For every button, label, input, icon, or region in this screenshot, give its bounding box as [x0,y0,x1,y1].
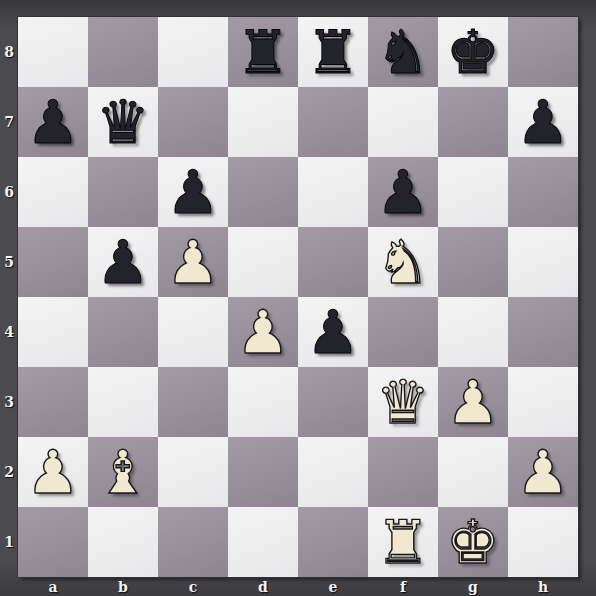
file-label-f: f [368,577,438,596]
square-f2[interactable] [368,437,438,507]
square-b3[interactable] [88,367,158,437]
square-a5[interactable] [18,227,88,297]
black-pawn[interactable]: ♟ [18,87,88,157]
square-d1[interactable] [228,507,298,577]
square-c1[interactable] [158,507,228,577]
square-e7[interactable] [298,87,368,157]
square-e6[interactable] [298,157,368,227]
rank-label-8: 8 [0,17,18,87]
square-h4[interactable] [508,297,578,367]
square-e3[interactable] [298,367,368,437]
square-a6[interactable] [18,157,88,227]
square-h1[interactable] [508,507,578,577]
square-g8[interactable]: ♚ [438,17,508,87]
black-king[interactable]: ♚ [438,17,508,87]
square-d7[interactable] [228,87,298,157]
file-label-b: b [88,577,158,596]
white-rook[interactable]: ♜ [368,507,438,577]
square-g6[interactable] [438,157,508,227]
square-d2[interactable] [228,437,298,507]
chess-board: ♜♜♞♚♟♛♟♟♟♟♟♞♟♟♛♟♟♝♟♜♚ [18,17,578,577]
square-b7[interactable]: ♛ [88,87,158,157]
white-queen[interactable]: ♛ [368,367,438,437]
black-knight[interactable]: ♞ [368,17,438,87]
square-a1[interactable] [18,507,88,577]
white-pawn[interactable]: ♟ [158,227,228,297]
black-rook[interactable]: ♜ [298,17,368,87]
square-b6[interactable] [88,157,158,227]
board-frame: ♜♜♞♚♟♛♟♟♟♟♟♞♟♟♛♟♟♝♟♜♚ 87654321 abcdefgh [0,0,596,596]
rank-label-4: 4 [0,297,18,367]
black-pawn[interactable]: ♟ [508,87,578,157]
square-b4[interactable] [88,297,158,367]
square-h2[interactable]: ♟ [508,437,578,507]
white-pawn[interactable]: ♟ [438,367,508,437]
square-d8[interactable]: ♜ [228,17,298,87]
square-c4[interactable] [158,297,228,367]
square-c3[interactable] [158,367,228,437]
rank-label-3: 3 [0,367,18,437]
square-g5[interactable] [438,227,508,297]
file-label-g: g [438,577,508,596]
rank-label-2: 2 [0,437,18,507]
rank-label-1: 1 [0,507,18,577]
rank-label-7: 7 [0,87,18,157]
square-c6[interactable]: ♟ [158,157,228,227]
square-a8[interactable] [18,17,88,87]
square-h8[interactable] [508,17,578,87]
square-d4[interactable]: ♟ [228,297,298,367]
square-d5[interactable] [228,227,298,297]
square-h5[interactable] [508,227,578,297]
square-h7[interactable]: ♟ [508,87,578,157]
rank-label-5: 5 [0,227,18,297]
square-e2[interactable] [298,437,368,507]
rank-label-6: 6 [0,157,18,227]
white-pawn[interactable]: ♟ [18,437,88,507]
square-g2[interactable] [438,437,508,507]
square-c8[interactable] [158,17,228,87]
square-f8[interactable]: ♞ [368,17,438,87]
square-a3[interactable] [18,367,88,437]
square-c7[interactable] [158,87,228,157]
square-b5[interactable]: ♟ [88,227,158,297]
square-h6[interactable] [508,157,578,227]
white-pawn[interactable]: ♟ [228,297,298,367]
square-f7[interactable] [368,87,438,157]
square-g3[interactable]: ♟ [438,367,508,437]
square-f1[interactable]: ♜ [368,507,438,577]
file-label-d: d [228,577,298,596]
square-f5[interactable]: ♞ [368,227,438,297]
square-d3[interactable] [228,367,298,437]
square-g4[interactable] [438,297,508,367]
square-g1[interactable]: ♚ [438,507,508,577]
square-d6[interactable] [228,157,298,227]
square-b8[interactable] [88,17,158,87]
square-e5[interactable] [298,227,368,297]
white-knight[interactable]: ♞ [368,227,438,297]
square-e8[interactable]: ♜ [298,17,368,87]
white-pawn[interactable]: ♟ [508,437,578,507]
black-rook[interactable]: ♜ [228,17,298,87]
square-h3[interactable] [508,367,578,437]
white-king[interactable]: ♚ [438,507,508,577]
black-pawn[interactable]: ♟ [158,157,228,227]
file-label-a: a [18,577,88,596]
black-pawn[interactable]: ♟ [298,297,368,367]
file-label-c: c [158,577,228,596]
black-pawn[interactable]: ♟ [368,157,438,227]
square-a7[interactable]: ♟ [18,87,88,157]
file-label-e: e [298,577,368,596]
square-c5[interactable]: ♟ [158,227,228,297]
square-c2[interactable] [158,437,228,507]
square-a2[interactable]: ♟ [18,437,88,507]
square-f6[interactable]: ♟ [368,157,438,227]
square-e4[interactable]: ♟ [298,297,368,367]
square-f4[interactable] [368,297,438,367]
square-f3[interactable]: ♛ [368,367,438,437]
black-queen[interactable]: ♛ [88,87,158,157]
square-a4[interactable] [18,297,88,367]
square-b1[interactable] [88,507,158,577]
black-pawn[interactable]: ♟ [88,227,158,297]
square-b2[interactable]: ♝ [88,437,158,507]
file-label-h: h [508,577,578,596]
white-bishop[interactable]: ♝ [88,437,158,507]
square-g7[interactable] [438,87,508,157]
square-e1[interactable] [298,507,368,577]
